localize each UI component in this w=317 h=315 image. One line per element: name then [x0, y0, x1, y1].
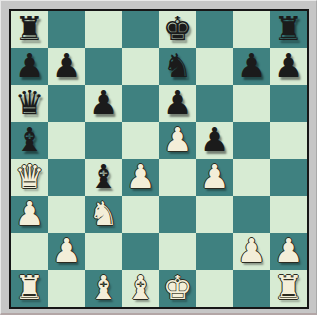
square-d7[interactable] — [122, 48, 159, 85]
piece-white-rook-a1[interactable]: ♜ — [15, 269, 45, 306]
square-c2[interactable] — [85, 233, 122, 270]
square-a7[interactable]: ♟ — [11, 48, 48, 85]
piece-black-pawn-h7[interactable]: ♟ — [274, 47, 304, 84]
square-e5[interactable]: ♟ — [159, 122, 196, 159]
piece-black-pawn-a7[interactable]: ♟ — [15, 47, 45, 84]
square-e8[interactable]: ♚ — [159, 11, 196, 48]
square-b5[interactable] — [48, 122, 85, 159]
square-f3[interactable] — [196, 196, 233, 233]
piece-white-rook-h1[interactable]: ♜ — [274, 269, 304, 306]
square-c6[interactable]: ♟ — [85, 85, 122, 122]
square-d6[interactable] — [122, 85, 159, 122]
square-a3[interactable]: ♟ — [11, 196, 48, 233]
square-f2[interactable] — [196, 233, 233, 270]
piece-white-pawn-a3[interactable]: ♟ — [15, 195, 45, 232]
square-e4[interactable] — [159, 159, 196, 196]
square-a5[interactable]: ♝ — [11, 122, 48, 159]
square-a2[interactable] — [11, 233, 48, 270]
square-a1[interactable]: ♜ — [11, 270, 48, 307]
square-b4[interactable] — [48, 159, 85, 196]
piece-white-pawn-b2[interactable]: ♟ — [52, 232, 82, 269]
square-g7[interactable]: ♟ — [233, 48, 270, 85]
piece-white-bishop-c1[interactable]: ♝ — [89, 269, 119, 306]
square-f6[interactable] — [196, 85, 233, 122]
piece-white-knight-c3[interactable]: ♞ — [89, 195, 119, 232]
square-d8[interactable] — [122, 11, 159, 48]
piece-white-pawn-d4[interactable]: ♟ — [126, 158, 156, 195]
square-d2[interactable] — [122, 233, 159, 270]
square-b8[interactable] — [48, 11, 85, 48]
piece-black-king-e8[interactable]: ♚ — [163, 10, 193, 47]
square-d4[interactable]: ♟ — [122, 159, 159, 196]
piece-black-rook-a8[interactable]: ♜ — [15, 10, 45, 47]
piece-white-pawn-h2[interactable]: ♟ — [274, 232, 304, 269]
square-b3[interactable] — [48, 196, 85, 233]
square-e1[interactable]: ♚ — [159, 270, 196, 307]
square-c4[interactable]: ♝ — [85, 159, 122, 196]
square-b7[interactable]: ♟ — [48, 48, 85, 85]
square-c8[interactable] — [85, 11, 122, 48]
piece-black-bishop-a5[interactable]: ♝ — [15, 121, 45, 158]
chess-board: ♜♚♜♟♟♞♟♟♛♟♟♝♟♟♛♝♟♟♟♞♟♟♟♜♝♝♚♜ — [9, 9, 309, 309]
piece-black-rook-h8[interactable]: ♜ — [274, 10, 304, 47]
square-f4[interactable]: ♟ — [196, 159, 233, 196]
piece-white-king-e1[interactable]: ♚ — [163, 269, 193, 306]
square-c7[interactable] — [85, 48, 122, 85]
square-h7[interactable]: ♟ — [270, 48, 307, 85]
square-c3[interactable]: ♞ — [85, 196, 122, 233]
square-d5[interactable] — [122, 122, 159, 159]
piece-white-pawn-e5[interactable]: ♟ — [163, 121, 193, 158]
square-h6[interactable] — [270, 85, 307, 122]
piece-black-knight-e7[interactable]: ♞ — [163, 47, 193, 84]
square-g8[interactable] — [233, 11, 270, 48]
piece-black-queen-a6[interactable]: ♛ — [15, 84, 45, 121]
square-f5[interactable]: ♟ — [196, 122, 233, 159]
square-h3[interactable] — [270, 196, 307, 233]
square-e2[interactable] — [159, 233, 196, 270]
square-h4[interactable] — [270, 159, 307, 196]
square-h8[interactable]: ♜ — [270, 11, 307, 48]
square-d1[interactable]: ♝ — [122, 270, 159, 307]
square-g1[interactable] — [233, 270, 270, 307]
square-f1[interactable] — [196, 270, 233, 307]
piece-black-pawn-b7[interactable]: ♟ — [52, 47, 82, 84]
board-frame: ♜♚♜♟♟♞♟♟♛♟♟♝♟♟♛♝♟♟♟♞♟♟♟♜♝♝♚♜ — [0, 0, 317, 315]
square-g5[interactable] — [233, 122, 270, 159]
piece-black-pawn-f5[interactable]: ♟ — [200, 121, 230, 158]
piece-white-bishop-d1[interactable]: ♝ — [126, 269, 156, 306]
square-c5[interactable] — [85, 122, 122, 159]
square-h5[interactable] — [270, 122, 307, 159]
piece-white-pawn-f4[interactable]: ♟ — [200, 158, 230, 195]
square-a4[interactable]: ♛ — [11, 159, 48, 196]
piece-white-pawn-g2[interactable]: ♟ — [237, 232, 267, 269]
square-h1[interactable]: ♜ — [270, 270, 307, 307]
square-g2[interactable]: ♟ — [233, 233, 270, 270]
piece-black-pawn-g7[interactable]: ♟ — [237, 47, 267, 84]
square-g4[interactable] — [233, 159, 270, 196]
square-a8[interactable]: ♜ — [11, 11, 48, 48]
square-d3[interactable] — [122, 196, 159, 233]
square-f7[interactable] — [196, 48, 233, 85]
piece-black-bishop-c4[interactable]: ♝ — [89, 158, 119, 195]
square-g6[interactable] — [233, 85, 270, 122]
square-c1[interactable]: ♝ — [85, 270, 122, 307]
square-e3[interactable] — [159, 196, 196, 233]
square-b6[interactable] — [48, 85, 85, 122]
piece-black-pawn-e6[interactable]: ♟ — [163, 84, 193, 121]
square-g3[interactable] — [233, 196, 270, 233]
square-f8[interactable] — [196, 11, 233, 48]
square-b1[interactable] — [48, 270, 85, 307]
square-b2[interactable]: ♟ — [48, 233, 85, 270]
square-a6[interactable]: ♛ — [11, 85, 48, 122]
square-h2[interactable]: ♟ — [270, 233, 307, 270]
piece-black-pawn-c6[interactable]: ♟ — [89, 84, 119, 121]
square-e7[interactable]: ♞ — [159, 48, 196, 85]
piece-white-queen-a4[interactable]: ♛ — [15, 158, 45, 195]
square-e6[interactable]: ♟ — [159, 85, 196, 122]
